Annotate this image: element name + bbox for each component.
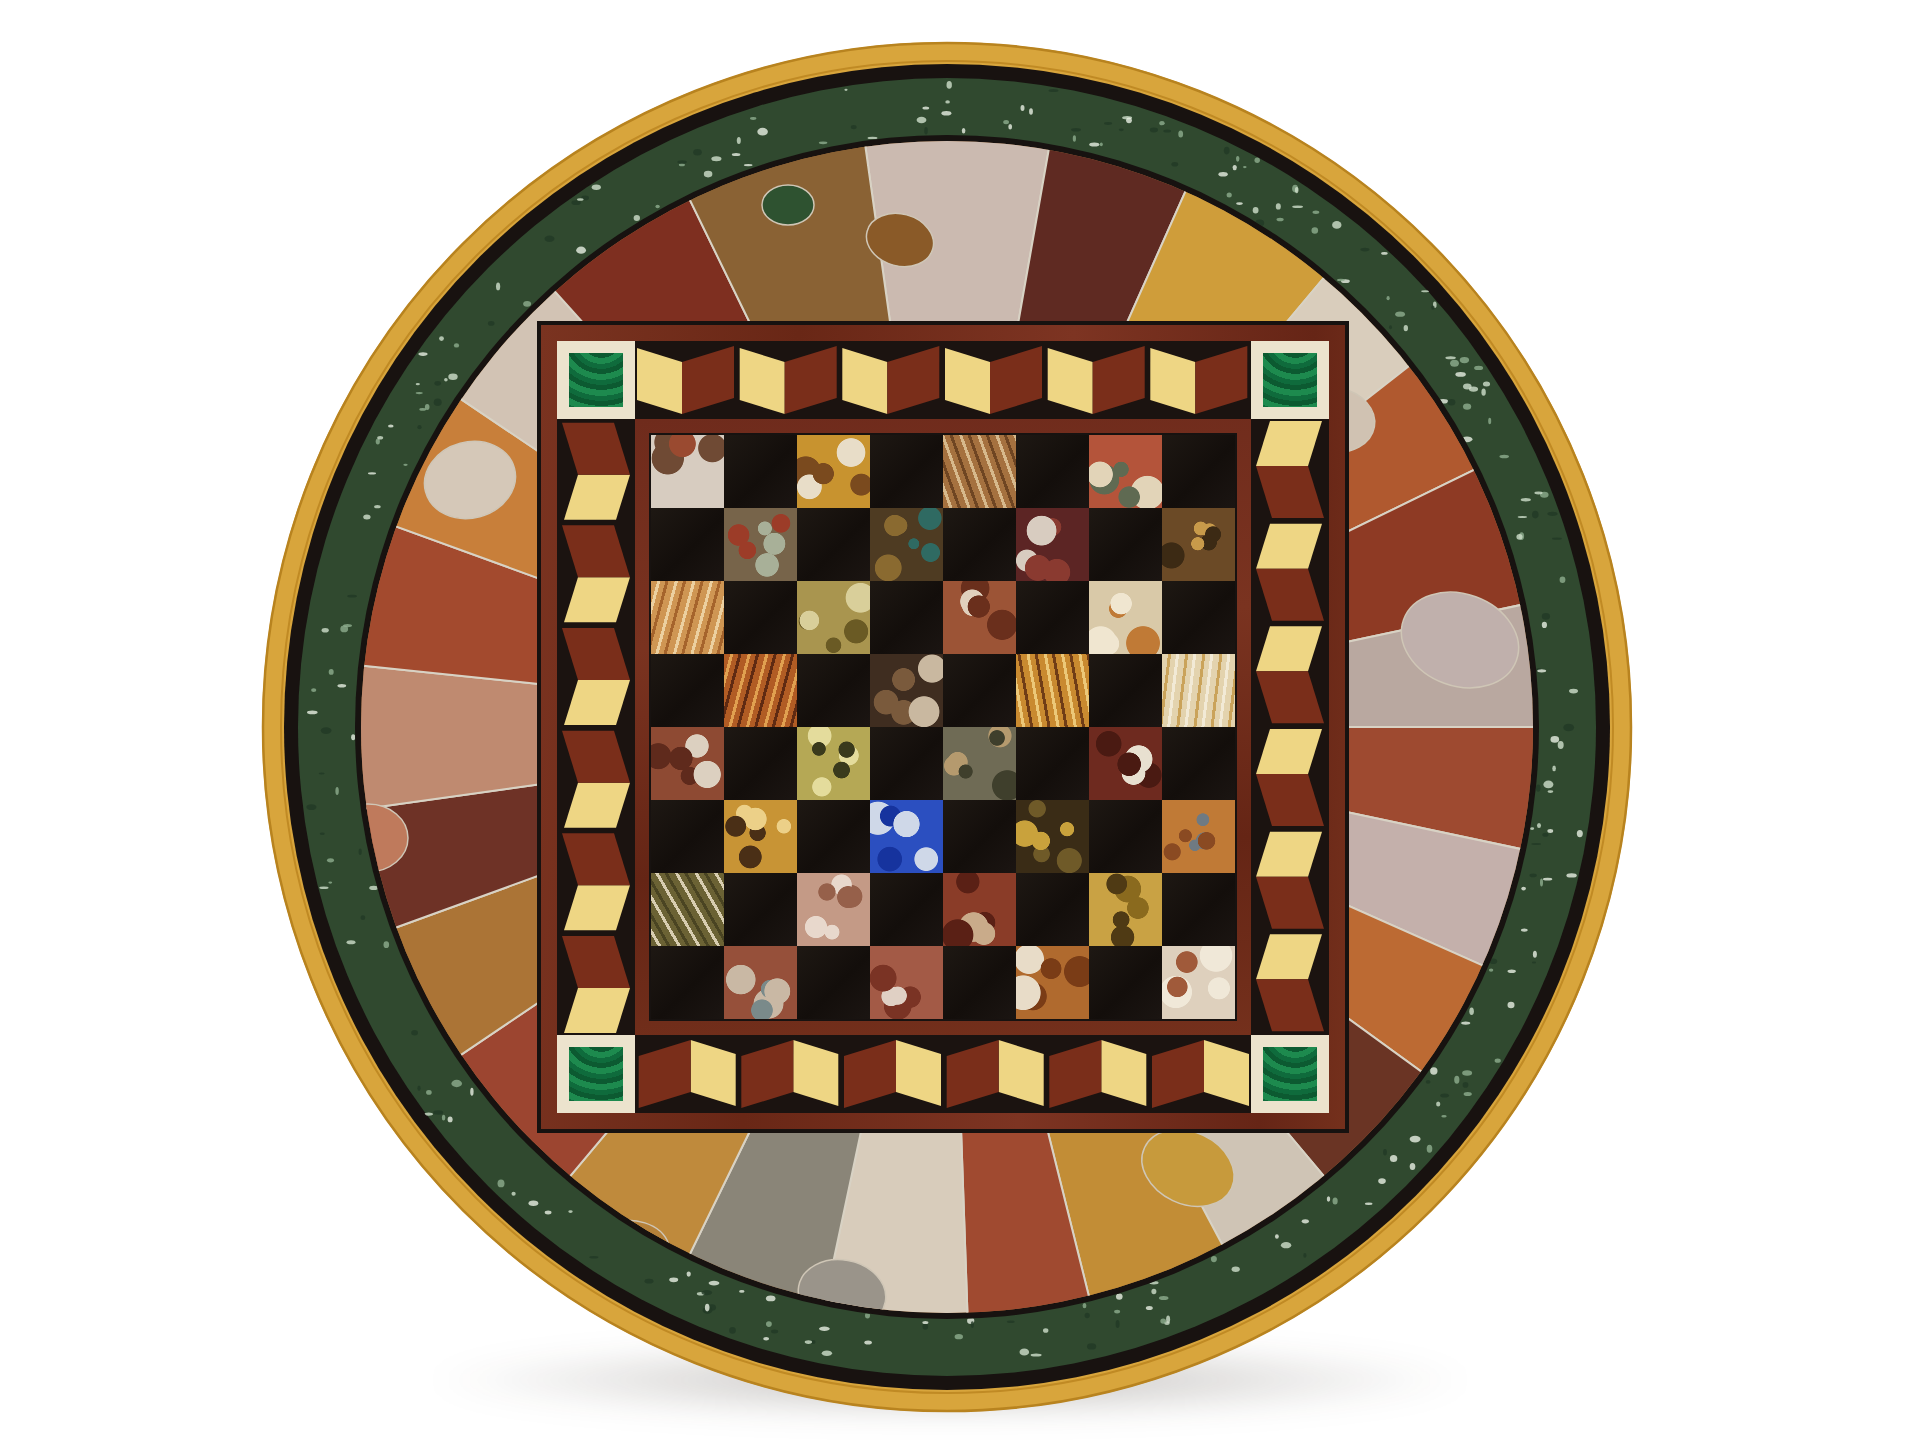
- square-h7: [1162, 508, 1235, 581]
- chessboard: [651, 435, 1235, 1019]
- square-b3: [724, 800, 797, 873]
- malachite-corner-bottom-left: [557, 1035, 635, 1113]
- square-b1: [724, 946, 797, 1019]
- square-b6: [724, 581, 797, 654]
- square-h3: [1162, 800, 1235, 873]
- square-a7: [651, 508, 724, 581]
- square-a5: [651, 654, 724, 727]
- square-g7: [1089, 508, 1162, 581]
- malachite-stone: [569, 353, 623, 407]
- square-e2: [943, 873, 1016, 946]
- square-h1: [1162, 946, 1235, 1019]
- square-e6: [943, 581, 1016, 654]
- malachite-stone: [1263, 353, 1317, 407]
- photo-of-specimen-marble-chess-table: { "game": "chess", "description": "Victo…: [0, 0, 1920, 1440]
- malachite-corner-top-left: [557, 341, 635, 419]
- square-f6: [1016, 581, 1089, 654]
- square-h2: [1162, 873, 1235, 946]
- square-b7: [724, 508, 797, 581]
- square-h6: [1162, 581, 1235, 654]
- square-c5: [797, 654, 870, 727]
- rosso-inner-frame: [635, 419, 1251, 1035]
- ribbon-bottom: [635, 1035, 1251, 1113]
- square-h8: [1162, 435, 1235, 508]
- ribbon-right: [1251, 419, 1329, 1035]
- square-e8: [943, 435, 1016, 508]
- ribbon-left: [557, 419, 635, 1035]
- malachite-corner-top-right: [1251, 341, 1329, 419]
- square-c4: [797, 727, 870, 800]
- square-d6: [870, 581, 943, 654]
- malachite-stone: [569, 1047, 623, 1101]
- square-d7: [870, 508, 943, 581]
- field-stone-patch: [762, 185, 814, 225]
- square-c8: [797, 435, 870, 508]
- malachite-corner-bottom-right: [1251, 1035, 1329, 1113]
- square-f4: [1016, 727, 1089, 800]
- square-g5: [1089, 654, 1162, 727]
- square-g6: [1089, 581, 1162, 654]
- square-b2: [724, 873, 797, 946]
- square-f1: [1016, 946, 1089, 1019]
- square-e7: [943, 508, 1016, 581]
- square-d4: [870, 727, 943, 800]
- square-e5: [943, 654, 1016, 727]
- square-d2: [870, 873, 943, 946]
- square-f5: [1016, 654, 1089, 727]
- square-c3: [797, 800, 870, 873]
- square-g8: [1089, 435, 1162, 508]
- games-board: [537, 321, 1349, 1133]
- square-g4: [1089, 727, 1162, 800]
- square-g3: [1089, 800, 1162, 873]
- square-e4: [943, 727, 1016, 800]
- square-d8: [870, 435, 943, 508]
- square-c6: [797, 581, 870, 654]
- square-h4: [1162, 727, 1235, 800]
- square-g1: [1089, 946, 1162, 1019]
- square-a1: [651, 946, 724, 1019]
- square-b5: [724, 654, 797, 727]
- ribbon-top: [635, 341, 1251, 419]
- square-a3: [651, 800, 724, 873]
- inner-black-line: [649, 433, 1237, 1021]
- square-f2: [1016, 873, 1089, 946]
- square-a2: [651, 873, 724, 946]
- square-f7: [1016, 508, 1089, 581]
- square-c7: [797, 508, 870, 581]
- square-a4: [651, 727, 724, 800]
- square-g2: [1089, 873, 1162, 946]
- rosso-outer-frame: [541, 325, 1345, 1129]
- square-h5: [1162, 654, 1235, 727]
- square-d3: [870, 800, 943, 873]
- malachite-stone: [1263, 1047, 1317, 1101]
- tumbling-block-border: [557, 341, 1329, 1113]
- square-f8: [1016, 435, 1089, 508]
- square-a6: [651, 581, 724, 654]
- square-a8: [651, 435, 724, 508]
- square-e3: [943, 800, 1016, 873]
- square-c1: [797, 946, 870, 1019]
- square-d5: [870, 654, 943, 727]
- square-b8: [724, 435, 797, 508]
- square-c2: [797, 873, 870, 946]
- square-d1: [870, 946, 943, 1019]
- square-f3: [1016, 800, 1089, 873]
- square-e1: [943, 946, 1016, 1019]
- square-b4: [724, 727, 797, 800]
